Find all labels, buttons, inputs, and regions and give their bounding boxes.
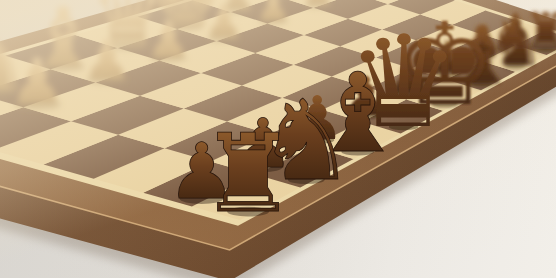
piece-glyph: ♜ [200,110,297,237]
chess-board: ♜♟♞♟♝♟♚♟♛♟♝♟♞♟♜♟ ♟♜♟♞♟♝♟♚♟♛♟♝♟♞♟♜ [0,0,556,278]
chess-photo-scene: ♜♟♞♟♝♟♚♟♛♟♝♟♞♟♜♟ ♟♜♟♞♟♝♟♚♟♛♟♝♟♞♟♜ [0,0,556,278]
piece-black-rook-a8: ♜ [200,110,297,237]
